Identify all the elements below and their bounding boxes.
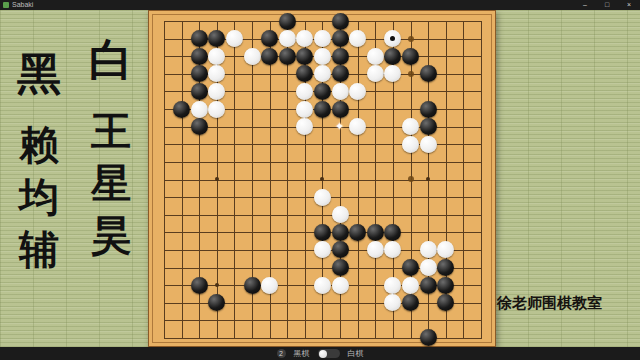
turn-toggle[interactable] xyxy=(318,349,340,358)
stone-white[interactable] xyxy=(244,48,261,65)
stone-black[interactable] xyxy=(244,277,261,294)
minimize-button[interactable]: – xyxy=(574,0,596,10)
stone-black[interactable] xyxy=(261,48,278,65)
stone-white[interactable] xyxy=(208,48,225,65)
variation-dot[interactable] xyxy=(408,71,414,77)
turn-toggle-knob xyxy=(319,350,327,358)
player-name-char: 王 xyxy=(91,106,131,158)
stone-white[interactable] xyxy=(279,30,296,47)
stone-white[interactable] xyxy=(332,206,349,223)
stone-black[interactable] xyxy=(314,101,331,118)
stone-white[interactable] xyxy=(261,277,278,294)
classroom-caption: 徐老师围棋教室 xyxy=(497,294,637,313)
stone-black[interactable] xyxy=(191,83,208,100)
stone-black[interactable] xyxy=(420,118,437,135)
stone-white[interactable] xyxy=(367,48,384,65)
stone-black[interactable] xyxy=(420,65,437,82)
stone-white[interactable] xyxy=(314,30,331,47)
title-bar: Sabaki – □ × xyxy=(0,0,640,10)
stone-black[interactable] xyxy=(332,65,349,82)
window-controls: – □ × xyxy=(574,0,640,10)
stone-black[interactable] xyxy=(191,118,208,135)
variation-dot[interactable] xyxy=(408,36,414,42)
move-number-badge: 2 xyxy=(277,349,286,358)
close-button[interactable]: × xyxy=(618,0,640,10)
stone-black[interactable] xyxy=(332,13,349,30)
stone-black[interactable] xyxy=(437,277,454,294)
stone-white[interactable] xyxy=(420,241,437,258)
black-turn-label[interactable]: 黑棋 xyxy=(294,347,310,360)
stone-white[interactable] xyxy=(314,277,331,294)
sparkle-effect-icon: ✦ xyxy=(335,121,344,132)
stone-white[interactable] xyxy=(226,30,243,47)
stone-black[interactable] xyxy=(367,224,384,241)
stone-white[interactable] xyxy=(402,136,419,153)
app-icon xyxy=(3,2,9,8)
stone-black[interactable] xyxy=(332,241,349,258)
player-name-char: 星 xyxy=(91,158,131,210)
hoshi-point xyxy=(215,283,219,287)
stone-white[interactable] xyxy=(314,189,331,206)
stone-white[interactable] xyxy=(420,136,437,153)
stone-white[interactable] xyxy=(402,277,419,294)
player-color-char: 白 xyxy=(89,38,133,84)
stone-black[interactable] xyxy=(332,224,349,241)
player-name-char: 均 xyxy=(19,172,59,224)
player-name-char: 赖 xyxy=(19,120,59,172)
app-title: Sabaki xyxy=(12,0,33,10)
stone-white[interactable] xyxy=(296,101,313,118)
stone-black[interactable] xyxy=(402,259,419,276)
tatami-background: 黑赖均辅 白王星昊 ✦ 徐老师围棋教室 xyxy=(0,10,640,347)
stone-black[interactable] xyxy=(191,65,208,82)
stone-white[interactable] xyxy=(191,101,208,118)
maximize-button[interactable]: □ xyxy=(596,0,618,10)
stone-black[interactable] xyxy=(173,101,190,118)
stone-black[interactable] xyxy=(279,13,296,30)
player-name-char: 辅 xyxy=(19,224,59,276)
stone-white[interactable] xyxy=(384,277,401,294)
black-player-label: 黑赖均辅 xyxy=(14,52,64,276)
stone-black[interactable] xyxy=(314,224,331,241)
stone-black[interactable] xyxy=(191,30,208,47)
stone-black[interactable] xyxy=(191,277,208,294)
stone-black[interactable] xyxy=(332,101,349,118)
stone-white[interactable] xyxy=(420,259,437,276)
stone-black[interactable] xyxy=(314,83,331,100)
stone-black[interactable] xyxy=(420,329,437,346)
stone-black[interactable] xyxy=(191,48,208,65)
stone-black[interactable] xyxy=(332,30,349,47)
stone-white[interactable] xyxy=(332,277,349,294)
white-player-label: 白王星昊 xyxy=(86,38,136,262)
stone-white[interactable] xyxy=(332,83,349,100)
stone-black[interactable] xyxy=(332,259,349,276)
player-color-char: 黑 xyxy=(17,52,61,98)
stone-black[interactable] xyxy=(402,48,419,65)
stone-black[interactable] xyxy=(279,48,296,65)
white-turn-label[interactable]: 白棋 xyxy=(348,347,364,360)
stone-black[interactable] xyxy=(349,224,366,241)
stone-white[interactable] xyxy=(208,101,225,118)
player-bar: 2 黑棋 白棋 xyxy=(0,347,640,360)
stone-black[interactable] xyxy=(332,48,349,65)
go-board[interactable]: ✦ xyxy=(148,10,496,347)
stone-black[interactable] xyxy=(296,48,313,65)
stone-black[interactable] xyxy=(420,101,437,118)
stone-black[interactable] xyxy=(420,277,437,294)
stone-white[interactable] xyxy=(314,48,331,65)
player-name-char: 昊 xyxy=(91,210,131,262)
